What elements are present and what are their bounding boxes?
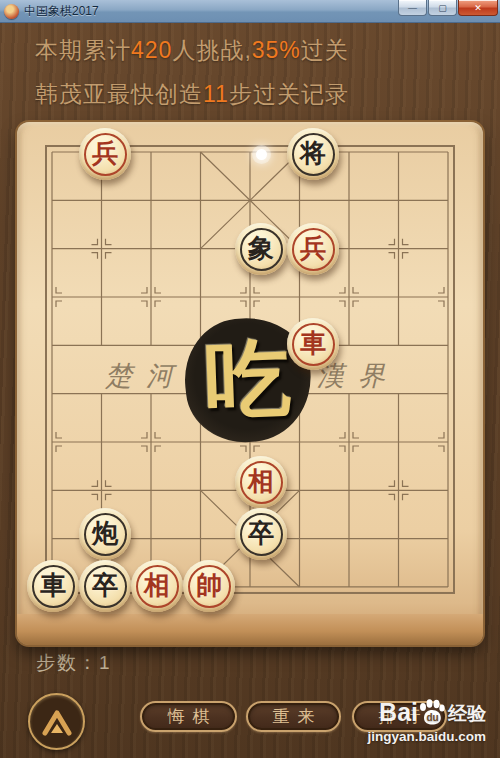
maximize-button[interactable]: ▢ <box>428 0 457 16</box>
title-bar: 中国象棋2017 — ▢ ✕ <box>0 0 500 23</box>
piece-red-相[interactable]: 相 <box>131 560 183 612</box>
app-window: 中国象棋2017 — ▢ ✕ 本期累计420人挑战,35%过关 韩茂亚最快创造1… <box>0 0 500 758</box>
move-highlight-marker <box>256 149 267 160</box>
watermark-bai: Bai <box>379 698 418 727</box>
piece-red-兵[interactable]: 兵 <box>287 223 339 275</box>
stats-banner: 本期累计420人挑战,35%过关 韩茂亚最快创造11步过关记录 <box>35 28 349 116</box>
piece-red-帥[interactable]: 帥 <box>183 560 235 612</box>
baidu-jingyan-watermark: Bai du 经验 jingyan.baidu.com <box>367 697 486 744</box>
piece-black-炮[interactable]: 炮 <box>79 508 131 560</box>
watermark-jingyan: 经验 <box>448 701 486 727</box>
record-steps: 11 <box>203 81 229 107</box>
piece-black-将[interactable]: 将 <box>287 128 339 180</box>
piece-black-卒[interactable]: 卒 <box>79 560 131 612</box>
piece-black-象[interactable]: 象 <box>235 223 287 275</box>
app-icon <box>4 4 19 19</box>
xiangqi-board[interactable]: 楚河 漢界 吃 兵将象兵車相炮卒車卒相帥 <box>17 122 483 645</box>
piece-red-相[interactable]: 相 <box>235 456 287 508</box>
restart-button[interactable]: 重来 <box>246 701 341 732</box>
chevron-up-icon <box>40 707 74 737</box>
stats-line-2: 韩茂亚最快创造11步过关记录 <box>35 72 349 116</box>
menu-button[interactable] <box>28 693 85 750</box>
board-grid[interactable]: 兵将象兵車相炮卒車卒相帥 <box>27 128 473 612</box>
challenger-count: 420 <box>131 37 172 63</box>
window-title: 中国象棋2017 <box>24 3 99 20</box>
minimize-button[interactable]: — <box>398 0 427 16</box>
piece-black-車[interactable]: 車 <box>27 560 79 612</box>
undo-move-button[interactable]: 悔棋 <box>140 701 237 732</box>
pass-rate: 35% <box>252 37 301 63</box>
watermark-url: jingyan.baidu.com <box>367 729 486 744</box>
baidu-paw-icon: du <box>416 697 446 727</box>
step-counter: 步数：1 <box>36 650 112 676</box>
stats-line-1: 本期累计420人挑战,35%过关 <box>35 28 349 72</box>
piece-red-車[interactable]: 車 <box>287 318 339 370</box>
piece-red-兵[interactable]: 兵 <box>79 128 131 180</box>
svg-text:du: du <box>426 712 438 723</box>
piece-black-卒[interactable]: 卒 <box>235 508 287 560</box>
close-button[interactable]: ✕ <box>458 0 498 16</box>
